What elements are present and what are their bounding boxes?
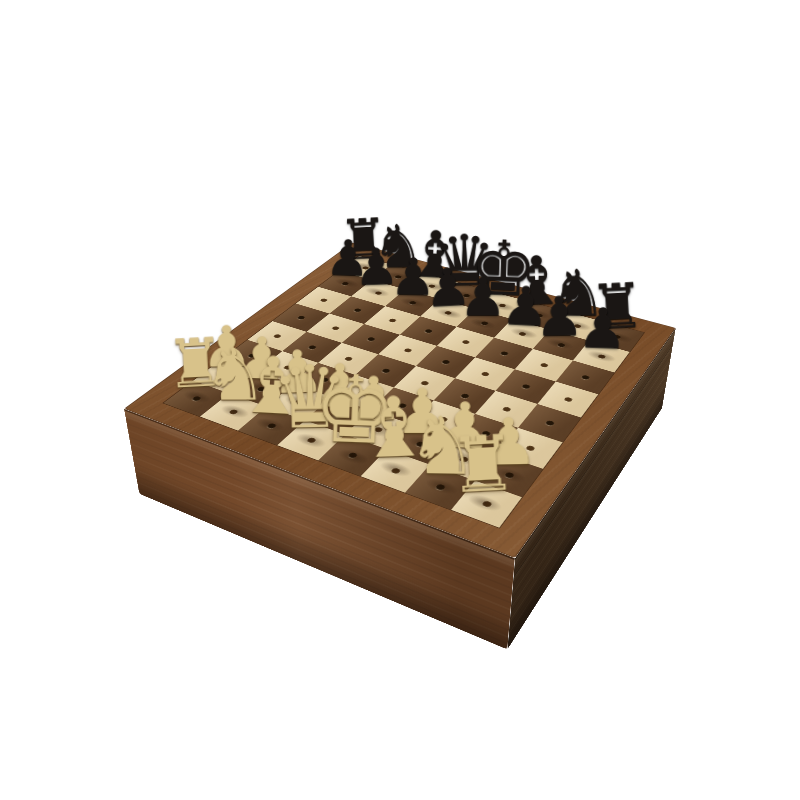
photo-stage: ♜♞♝♛♚♝♞♜♟♟♟♟♟♟♟♟♟♟♟♟♟♟♟♟♜♞♝♛♚♝♞♜	[0, 0, 800, 800]
piece-white-rook-h1[interactable]: ♜	[449, 480, 520, 527]
chess-box: ♜♞♝♛♚♝♞♜♟♟♟♟♟♟♟♟♟♟♟♟♟♟♟♟♜♞♝♛♚♝♞♜	[124, 243, 676, 559]
scene: ♜♞♝♛♚♝♞♜♟♟♟♟♟♟♟♟♟♟♟♟♟♟♟♟♜♞♝♛♚♝♞♜	[0, 0, 800, 800]
rook-glyph: ♜	[428, 423, 537, 505]
